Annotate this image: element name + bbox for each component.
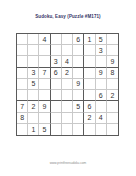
cell-r6c4: [51, 90, 62, 101]
cell-r8c5: [62, 113, 73, 124]
cell-r2c6: [73, 45, 84, 56]
cell-r6c2: [28, 90, 39, 101]
cell-r6c1: [17, 90, 28, 101]
cell-r2c9: [107, 45, 118, 56]
cell-r5c8: [96, 79, 107, 90]
cell-r9c8: [96, 124, 107, 135]
footer-url: www.printfreesudoku.com: [0, 161, 136, 165]
cell-r7c5: [62, 101, 73, 112]
cell-r5c6: 9: [73, 79, 84, 90]
cell-r8c4: [51, 113, 62, 124]
cell-r7c8: [96, 101, 107, 112]
page: Sudoku, Easy (Puzzle #M171) 461533493762…: [0, 0, 136, 176]
cell-r5c2: 5: [28, 79, 39, 90]
cell-r8c9: [107, 113, 118, 124]
cell-r6c5: [62, 90, 73, 101]
cell-r3c6: [73, 56, 84, 67]
cell-r4c3: 7: [39, 68, 50, 79]
cell-r6c6: [73, 90, 84, 101]
cell-r7c4: [51, 101, 62, 112]
cell-r9c7: [84, 124, 95, 135]
cell-r4c1: [17, 68, 28, 79]
cell-r9c9: [107, 124, 118, 135]
cell-r2c5: [62, 45, 73, 56]
cell-r4c5: 2: [62, 68, 73, 79]
cell-r5c9: [107, 79, 118, 90]
cell-r1c9: [107, 34, 118, 45]
cell-r2c3: [39, 45, 50, 56]
cell-r1c1: [17, 34, 28, 45]
cell-r4c6: [73, 68, 84, 79]
cell-r3c8: [96, 56, 107, 67]
sudoku-grid: 4615334937629859627295682415: [16, 33, 119, 136]
cell-r2c1: [17, 45, 28, 56]
cell-r3c4: 3: [51, 56, 62, 67]
cell-r9c2: 1: [28, 124, 39, 135]
cell-r3c5: 4: [62, 56, 73, 67]
cell-r5c5: [62, 79, 73, 90]
cell-r3c2: [28, 56, 39, 67]
cell-r6c7: [84, 90, 95, 101]
cell-r3c9: 9: [107, 56, 118, 67]
cell-r7c2: 2: [28, 101, 39, 112]
cell-r7c3: 9: [39, 101, 50, 112]
cell-r1c5: [62, 34, 73, 45]
cell-r3c1: [17, 56, 28, 67]
cell-r9c1: [17, 124, 28, 135]
cell-r6c9: 2: [107, 90, 118, 101]
cell-r7c9: [107, 101, 118, 112]
cell-r2c8: 3: [96, 45, 107, 56]
cell-r9c3: 5: [39, 124, 50, 135]
cell-r7c1: 7: [17, 101, 28, 112]
cell-r8c3: [39, 113, 50, 124]
cell-r4c8: 9: [96, 68, 107, 79]
cell-r4c7: [84, 68, 95, 79]
cell-r4c9: 8: [107, 68, 118, 79]
cell-r8c6: [73, 113, 84, 124]
cell-r1c2: [28, 34, 39, 45]
cell-r4c4: 6: [51, 68, 62, 79]
cell-r4c2: 3: [28, 68, 39, 79]
cell-r6c3: [39, 90, 50, 101]
cell-r7c6: 5: [73, 101, 84, 112]
cell-r8c1: 8: [17, 113, 28, 124]
puzzle-title: Sudoku, Easy (Puzzle #M171): [0, 14, 136, 19]
cell-r1c4: [51, 34, 62, 45]
cell-r2c7: [84, 45, 95, 56]
cell-r9c5: [62, 124, 73, 135]
cell-r5c1: [17, 79, 28, 90]
cell-r9c6: [73, 124, 84, 135]
cell-r5c7: [84, 79, 95, 90]
cell-r1c6: 6: [73, 34, 84, 45]
cell-r2c2: [28, 45, 39, 56]
cell-r3c7: [84, 56, 95, 67]
cell-r1c3: 4: [39, 34, 50, 45]
cell-r1c8: 5: [96, 34, 107, 45]
cell-r8c2: [28, 113, 39, 124]
cell-r8c8: 4: [96, 113, 107, 124]
cell-r6c8: 6: [96, 90, 107, 101]
cell-r7c7: 6: [84, 101, 95, 112]
cell-r9c4: [51, 124, 62, 135]
cell-r3c3: [39, 56, 50, 67]
cell-r8c7: 2: [84, 113, 95, 124]
cell-r5c3: [39, 79, 50, 90]
cell-r1c7: 1: [84, 34, 95, 45]
cell-r2c4: [51, 45, 62, 56]
cell-r5c4: [51, 79, 62, 90]
